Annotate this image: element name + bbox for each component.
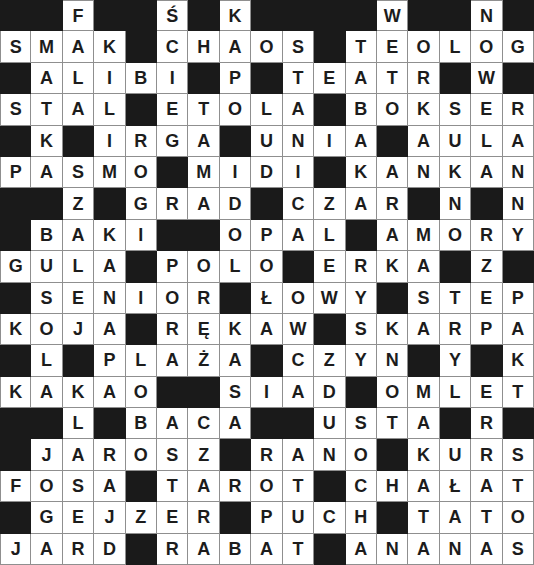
cell-r11c15[interactable]: R xyxy=(440,314,471,345)
cell-r6c17[interactable]: N xyxy=(503,157,534,188)
cell-r16c13[interactable]: H xyxy=(377,471,408,502)
block-r13c6 xyxy=(157,377,188,408)
crossword-grid: FŚKWNSMAKCHAOSTEOLOGALIBIPTEATRWSTALETOL… xyxy=(0,0,534,565)
cell-r7c11[interactable]: Z xyxy=(314,188,345,219)
block-r14c9 xyxy=(251,408,282,439)
cell-r7c10[interactable]: C xyxy=(283,188,314,219)
block-r12c1 xyxy=(0,345,31,376)
cell-r11c2[interactable]: O xyxy=(31,314,62,345)
cell-r4c17[interactable]: R xyxy=(503,94,534,125)
cell-r12c10[interactable]: C xyxy=(283,345,314,376)
cell-r6c4[interactable]: M xyxy=(94,157,125,188)
block-r4c11 xyxy=(314,94,345,125)
block-r12c9 xyxy=(251,345,282,376)
block-r9c17 xyxy=(503,251,534,282)
cell-r4c9[interactable]: L xyxy=(251,94,282,125)
block-r2c11 xyxy=(314,31,345,62)
cell-r5c9[interactable]: U xyxy=(251,126,282,157)
cell-r8c13[interactable]: A xyxy=(377,220,408,251)
cell-r18c9[interactable]: A xyxy=(251,534,282,565)
cell-r16c12[interactable]: C xyxy=(346,471,377,502)
cell-r4c13[interactable]: O xyxy=(377,94,408,125)
cell-r10c3[interactable]: E xyxy=(63,283,94,314)
cell-r4c1[interactable]: S xyxy=(0,94,31,125)
block-r17c1 xyxy=(0,502,31,533)
cell-r3c5[interactable]: B xyxy=(126,63,157,94)
cell-r14c14[interactable]: A xyxy=(408,408,439,439)
cell-r9c7[interactable]: O xyxy=(188,251,219,282)
block-r13c7 xyxy=(188,377,219,408)
cell-r6c8[interactable]: I xyxy=(220,157,251,188)
cell-r3c2[interactable]: A xyxy=(31,63,62,94)
block-r1c12 xyxy=(346,0,377,31)
cell-r15c5[interactable]: O xyxy=(126,439,157,470)
block-r18c5 xyxy=(126,534,157,565)
cell-r13c16[interactable]: E xyxy=(471,377,502,408)
block-r1c9 xyxy=(251,0,282,31)
block-r5c8 xyxy=(220,126,251,157)
cell-r10c11[interactable]: W xyxy=(314,283,345,314)
cell-r13c11[interactable]: D xyxy=(314,377,345,408)
cell-r18c1[interactable]: J xyxy=(0,534,31,565)
block-r6c11 xyxy=(314,157,345,188)
cell-r6c16[interactable]: A xyxy=(471,157,502,188)
cell-r4c14[interactable]: K xyxy=(408,94,439,125)
cell-r17c17[interactable]: O xyxy=(503,502,534,533)
block-r15c13 xyxy=(377,439,408,470)
cell-r9c13[interactable]: K xyxy=(377,251,408,282)
cell-r14c12[interactable]: S xyxy=(346,408,377,439)
block-r7c14 xyxy=(408,188,439,219)
block-r8c12 xyxy=(346,220,377,251)
cell-r13c2[interactable]: A xyxy=(31,377,62,408)
cell-r11c14[interactable]: A xyxy=(408,314,439,345)
block-r7c16 xyxy=(471,188,502,219)
cell-r5c12[interactable]: A xyxy=(346,126,377,157)
cell-r6c14[interactable]: N xyxy=(408,157,439,188)
cell-r14c13[interactable]: T xyxy=(377,408,408,439)
cell-r4c7[interactable]: T xyxy=(188,94,219,125)
cell-r14c5[interactable]: B xyxy=(126,408,157,439)
cell-r7c17[interactable]: N xyxy=(503,188,534,219)
cell-r16c9[interactable]: O xyxy=(251,471,282,502)
block-r1c5 xyxy=(126,0,157,31)
block-r9c10 xyxy=(283,251,314,282)
cell-r2c6[interactable]: C xyxy=(157,31,188,62)
cell-r8c3[interactable]: A xyxy=(63,220,94,251)
cell-r9c4[interactable]: A xyxy=(94,251,125,282)
cell-r14c16[interactable]: R xyxy=(471,408,502,439)
cell-r17c15[interactable]: A xyxy=(440,502,471,533)
cell-r12c7[interactable]: Ż xyxy=(188,345,219,376)
block-r5c1 xyxy=(0,126,31,157)
cell-r15c15[interactable]: U xyxy=(440,439,471,470)
cell-r12c2[interactable]: L xyxy=(31,345,62,376)
cell-r17c7[interactable]: R xyxy=(188,502,219,533)
cell-r11c4[interactable]: A xyxy=(94,314,125,345)
cell-r18c12[interactable]: A xyxy=(346,534,377,565)
cell-r17c3[interactable]: E xyxy=(63,502,94,533)
cell-r5c11[interactable]: I xyxy=(314,126,345,157)
block-r14c15 xyxy=(440,408,471,439)
cell-r3c10[interactable]: T xyxy=(283,63,314,94)
block-r14c1 xyxy=(0,408,31,439)
cell-r16c14[interactable]: A xyxy=(408,471,439,502)
cell-r3c13[interactable]: T xyxy=(377,63,408,94)
cell-r6c15[interactable]: K xyxy=(440,157,471,188)
block-r3c15 xyxy=(440,63,471,94)
cell-r4c4[interactable]: L xyxy=(94,94,125,125)
cell-r11c13[interactable]: K xyxy=(377,314,408,345)
cell-r7c5[interactable]: G xyxy=(126,188,157,219)
cell-r6c3[interactable]: S xyxy=(63,157,94,188)
cell-r14c7[interactable]: C xyxy=(188,408,219,439)
cell-r17c11[interactable]: C xyxy=(314,502,345,533)
cell-r3c11[interactable]: E xyxy=(314,63,345,94)
cell-r9c16[interactable]: Z xyxy=(471,251,502,282)
cell-r2c2[interactable]: M xyxy=(31,31,62,62)
block-r3c17 xyxy=(503,63,534,94)
cell-r2c8[interactable]: A xyxy=(220,31,251,62)
cell-r13c14[interactable]: M xyxy=(408,377,439,408)
cell-r3c12[interactable]: A xyxy=(346,63,377,94)
block-r16c5 xyxy=(126,471,157,502)
cell-r3c6[interactable]: I xyxy=(157,63,188,94)
block-r1c14 xyxy=(408,0,439,31)
block-r1c17 xyxy=(503,0,534,31)
cell-r14c3[interactable]: L xyxy=(63,408,94,439)
cell-r17c12[interactable]: H xyxy=(346,502,377,533)
cell-r11c6[interactable]: R xyxy=(157,314,188,345)
cell-r11c1[interactable]: K xyxy=(0,314,31,345)
cell-r12c6[interactable]: A xyxy=(157,345,188,376)
cell-r15c3[interactable]: A xyxy=(63,439,94,470)
cell-r3c8[interactable]: P xyxy=(220,63,251,94)
block-r9c15 xyxy=(440,251,471,282)
cell-r18c3[interactable]: R xyxy=(63,534,94,565)
cell-r16c2[interactable]: O xyxy=(31,471,62,502)
block-r10c1 xyxy=(0,283,31,314)
block-r5c13 xyxy=(377,126,408,157)
cell-r1c3[interactable]: F xyxy=(63,0,94,31)
cell-r11c10[interactable]: W xyxy=(283,314,314,345)
cell-r16c1[interactable]: F xyxy=(0,471,31,502)
block-r11c5 xyxy=(126,314,157,345)
cell-r6c7[interactable]: M xyxy=(188,157,219,188)
block-r10c8 xyxy=(220,283,251,314)
cell-r2c1[interactable]: S xyxy=(0,31,31,62)
cell-r6c1[interactable]: P xyxy=(0,157,31,188)
cell-r10c6[interactable]: O xyxy=(157,283,188,314)
cell-r2c3[interactable]: A xyxy=(63,31,94,62)
cell-r12c12[interactable]: Y xyxy=(346,345,377,376)
cell-r8c8[interactable]: O xyxy=(220,220,251,251)
cell-r12c5[interactable]: L xyxy=(126,345,157,376)
cell-r17c16[interactable]: T xyxy=(471,502,502,533)
cell-r6c2[interactable]: A xyxy=(31,157,62,188)
cell-r18c10[interactable]: T xyxy=(283,534,314,565)
cell-r5c10[interactable]: N xyxy=(283,126,314,157)
cell-r7c12[interactable]: A xyxy=(346,188,377,219)
cell-r11c7[interactable]: Ę xyxy=(188,314,219,345)
cell-r2c9[interactable]: O xyxy=(251,31,282,62)
block-r17c13 xyxy=(377,502,408,533)
cell-r13c5[interactable]: O xyxy=(126,377,157,408)
cell-r16c16[interactable]: A xyxy=(471,471,502,502)
cell-r16c17[interactable]: T xyxy=(503,471,534,502)
block-r14c17 xyxy=(503,408,534,439)
cell-r7c13[interactable]: R xyxy=(377,188,408,219)
cell-r8c9[interactable]: P xyxy=(251,220,282,251)
block-r15c1 xyxy=(0,439,31,470)
cell-r11c17[interactable]: A xyxy=(503,314,534,345)
cell-r2c12[interactable]: T xyxy=(346,31,377,62)
cell-r12c15[interactable]: Y xyxy=(440,345,471,376)
cell-r14c6[interactable]: A xyxy=(157,408,188,439)
cell-r8c17[interactable]: Y xyxy=(503,220,534,251)
cell-r8c4[interactable]: K xyxy=(94,220,125,251)
cell-r15c16[interactable]: R xyxy=(471,439,502,470)
cell-r2c14[interactable]: O xyxy=(408,31,439,62)
cell-r2c7[interactable]: H xyxy=(188,31,219,62)
cell-r15c6[interactable]: S xyxy=(157,439,188,470)
block-r7c9 xyxy=(251,188,282,219)
cell-r3c3[interactable]: L xyxy=(63,63,94,94)
cell-r18c15[interactable]: N xyxy=(440,534,471,565)
cell-r5c5[interactable]: R xyxy=(126,126,157,157)
cell-r18c6[interactable]: R xyxy=(157,534,188,565)
block-r1c15 xyxy=(440,0,471,31)
cell-r10c16[interactable]: E xyxy=(471,283,502,314)
block-r2c5 xyxy=(126,31,157,62)
cell-r16c7[interactable]: A xyxy=(188,471,219,502)
cell-r10c2[interactable]: S xyxy=(31,283,62,314)
cell-r2c4[interactable]: K xyxy=(94,31,125,62)
block-r8c6 xyxy=(157,220,188,251)
cell-r4c8[interactable]: O xyxy=(220,94,251,125)
block-r11c11 xyxy=(314,314,345,345)
block-r14c4 xyxy=(94,408,125,439)
cell-r18c17[interactable]: S xyxy=(503,534,534,565)
cell-r12c13[interactable]: N xyxy=(377,345,408,376)
cell-r4c2[interactable]: T xyxy=(31,94,62,125)
cell-r6c10[interactable]: I xyxy=(283,157,314,188)
cell-r16c6[interactable]: T xyxy=(157,471,188,502)
block-r8c7 xyxy=(188,220,219,251)
cell-r17c9[interactable]: P xyxy=(251,502,282,533)
cell-r2c10[interactable]: S xyxy=(283,31,314,62)
cell-r13c13[interactable]: O xyxy=(377,377,408,408)
cell-r13c10[interactable]: A xyxy=(283,377,314,408)
block-r5c3 xyxy=(63,126,94,157)
block-r1c11 xyxy=(314,0,345,31)
cell-r16c3[interactable]: S xyxy=(63,471,94,502)
cell-r5c6[interactable]: G xyxy=(157,126,188,157)
cell-r1c16[interactable]: N xyxy=(471,0,502,31)
cell-r8c11[interactable]: L xyxy=(314,220,345,251)
cell-r6c12[interactable]: K xyxy=(346,157,377,188)
cell-r13c1[interactable]: K xyxy=(0,377,31,408)
cell-r3c4[interactable]: I xyxy=(94,63,125,94)
block-r17c8 xyxy=(220,502,251,533)
cell-r4c12[interactable]: B xyxy=(346,94,377,125)
cell-r13c15[interactable]: L xyxy=(440,377,471,408)
cell-r11c3[interactable]: J xyxy=(63,314,94,345)
cell-r12c11[interactable]: Z xyxy=(314,345,345,376)
cell-r4c10[interactable]: A xyxy=(283,94,314,125)
cell-r5c14[interactable]: A xyxy=(408,126,439,157)
cell-r8c5[interactable]: I xyxy=(126,220,157,251)
cell-r16c15[interactable]: Ł xyxy=(440,471,471,502)
cell-r7c7[interactable]: A xyxy=(188,188,219,219)
cell-r12c17[interactable]: K xyxy=(503,345,534,376)
block-r16c11 xyxy=(314,471,345,502)
cell-r13c17[interactable]: T xyxy=(503,377,534,408)
cell-r16c10[interactable]: T xyxy=(283,471,314,502)
block-r18c11 xyxy=(314,534,345,565)
cell-r9c11[interactable]: E xyxy=(314,251,345,282)
cell-r17c5[interactable]: Z xyxy=(126,502,157,533)
block-r7c1 xyxy=(0,188,31,219)
cell-r4c15[interactable]: S xyxy=(440,94,471,125)
cell-r18c14[interactable]: A xyxy=(408,534,439,565)
cell-r9c9[interactable]: O xyxy=(251,251,282,282)
cell-r2c17[interactable]: G xyxy=(503,31,534,62)
cell-r16c4[interactable]: A xyxy=(94,471,125,502)
cell-r1c6[interactable]: Ś xyxy=(157,0,188,31)
cell-r18c4[interactable]: D xyxy=(94,534,125,565)
cell-r18c16[interactable]: A xyxy=(471,534,502,565)
cell-r10c15[interactable]: T xyxy=(440,283,471,314)
cell-r12c8[interactable]: A xyxy=(220,345,251,376)
block-r7c2 xyxy=(31,188,62,219)
cell-r9c8[interactable]: L xyxy=(220,251,251,282)
cell-r3c14[interactable]: R xyxy=(408,63,439,94)
cell-r2c16[interactable]: O xyxy=(471,31,502,62)
cell-r10c12[interactable]: Y xyxy=(346,283,377,314)
cell-r13c3[interactable]: K xyxy=(63,377,94,408)
cell-r13c4[interactable]: A xyxy=(94,377,125,408)
cell-r15c7[interactable]: Z xyxy=(188,439,219,470)
cell-r12c4[interactable]: P xyxy=(94,345,125,376)
block-r1c1 xyxy=(0,0,31,31)
cell-r4c16[interactable]: E xyxy=(471,94,502,125)
cell-r6c9[interactable]: D xyxy=(251,157,282,188)
cell-r5c17[interactable]: A xyxy=(503,126,534,157)
cell-r18c2[interactable]: A xyxy=(31,534,62,565)
cell-r18c7[interactable]: A xyxy=(188,534,219,565)
block-r1c7 xyxy=(188,0,219,31)
cell-r10c4[interactable]: N xyxy=(94,283,125,314)
cell-r8c2[interactable]: B xyxy=(31,220,62,251)
block-r13c12 xyxy=(346,377,377,408)
cell-r15c17[interactable]: S xyxy=(503,439,534,470)
cell-r17c6[interactable]: E xyxy=(157,502,188,533)
cell-r10c14[interactable]: S xyxy=(408,283,439,314)
cell-r15c10[interactable]: A xyxy=(283,439,314,470)
cell-r5c15[interactable]: U xyxy=(440,126,471,157)
block-r6c6 xyxy=(157,157,188,188)
cell-r17c2[interactable]: G xyxy=(31,502,62,533)
cell-r15c4[interactable]: R xyxy=(94,439,125,470)
cell-r11c16[interactable]: P xyxy=(471,314,502,345)
cell-r8c16[interactable]: R xyxy=(471,220,502,251)
block-r12c16 xyxy=(471,345,502,376)
cell-r6c13[interactable]: A xyxy=(377,157,408,188)
cell-r5c2[interactable]: K xyxy=(31,126,62,157)
block-r4c5 xyxy=(126,94,157,125)
cell-r17c10[interactable]: U xyxy=(283,502,314,533)
cell-r2c15[interactable]: L xyxy=(440,31,471,62)
cell-r5c7[interactable]: A xyxy=(188,126,219,157)
cell-r4c3[interactable]: A xyxy=(63,94,94,125)
cell-r9c6[interactable]: P xyxy=(157,251,188,282)
cell-r15c9[interactable]: R xyxy=(251,439,282,470)
block-r1c4 xyxy=(94,0,125,31)
cell-r11c12[interactable]: S xyxy=(346,314,377,345)
block-r3c1 xyxy=(0,63,31,94)
cell-r1c13[interactable]: W xyxy=(377,0,408,31)
cell-r1c8[interactable]: K xyxy=(220,0,251,31)
cell-r5c4[interactable]: I xyxy=(94,126,125,157)
cell-r11c9[interactable]: A xyxy=(251,314,282,345)
cell-r3c16[interactable]: W xyxy=(471,63,502,94)
cell-r9c3[interactable]: L xyxy=(63,251,94,282)
block-r7c4 xyxy=(94,188,125,219)
cell-r4c6[interactable]: E xyxy=(157,94,188,125)
cell-r10c10[interactable]: O xyxy=(283,283,314,314)
block-r15c8 xyxy=(220,439,251,470)
cell-r15c14[interactable]: K xyxy=(408,439,439,470)
cell-r8c10[interactable]: A xyxy=(283,220,314,251)
cell-r13c8[interactable]: S xyxy=(220,377,251,408)
block-r9c5 xyxy=(126,251,157,282)
cell-r18c8[interactable]: B xyxy=(220,534,251,565)
cell-r15c11[interactable]: N xyxy=(314,439,345,470)
cell-r7c8[interactable]: D xyxy=(220,188,251,219)
cell-r13c9[interactable]: I xyxy=(251,377,282,408)
cell-r10c17[interactable]: P xyxy=(503,283,534,314)
cell-r9c12[interactable]: R xyxy=(346,251,377,282)
cell-r15c12[interactable]: O xyxy=(346,439,377,470)
cell-r10c7[interactable]: R xyxy=(188,283,219,314)
cell-r15c2[interactable]: J xyxy=(31,439,62,470)
cell-r7c15[interactable]: N xyxy=(440,188,471,219)
cell-r7c6[interactable]: R xyxy=(157,188,188,219)
block-r14c2 xyxy=(31,408,62,439)
cell-r10c9[interactable]: Ł xyxy=(251,283,282,314)
cell-r6c5[interactable]: O xyxy=(126,157,157,188)
cell-r17c14[interactable]: T xyxy=(408,502,439,533)
cell-r8c15[interactable]: O xyxy=(440,220,471,251)
cell-r8c14[interactable]: M xyxy=(408,220,439,251)
cell-r9c1[interactable]: G xyxy=(0,251,31,282)
cell-r9c14[interactable]: A xyxy=(408,251,439,282)
cell-r2c13[interactable]: E xyxy=(377,31,408,62)
cell-r14c11[interactable]: U xyxy=(314,408,345,439)
cell-r11c8[interactable]: K xyxy=(220,314,251,345)
cell-r9c2[interactable]: U xyxy=(31,251,62,282)
cell-r7c3[interactable]: Z xyxy=(63,188,94,219)
cell-r18c13[interactable]: N xyxy=(377,534,408,565)
cell-r14c8[interactable]: A xyxy=(220,408,251,439)
cell-r10c5[interactable]: I xyxy=(126,283,157,314)
cell-r5c16[interactable]: L xyxy=(471,126,502,157)
cell-r16c8[interactable]: R xyxy=(220,471,251,502)
block-r12c14 xyxy=(408,345,439,376)
cell-r17c4[interactable]: J xyxy=(94,502,125,533)
block-r1c10 xyxy=(283,0,314,31)
